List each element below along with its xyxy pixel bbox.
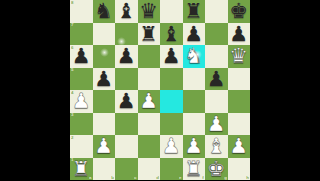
piece-black-rook-f8: ♜ xyxy=(184,0,203,23)
square-c6[interactable]: ♟ xyxy=(115,45,138,68)
square-g6[interactable] xyxy=(205,45,228,68)
piece-black-pawn-f7: ♟ xyxy=(184,23,203,46)
square-f8[interactable]: ♜ xyxy=(183,0,206,23)
square-h8[interactable]: ♚ xyxy=(228,0,251,23)
piece-black-knight-b8: ♞ xyxy=(94,0,113,23)
letterbox-left xyxy=(0,0,70,180)
square-b8[interactable]: ♞ xyxy=(93,0,116,23)
square-c2[interactable] xyxy=(115,135,138,158)
square-b7[interactable] xyxy=(93,23,116,46)
square-h2[interactable]: ♟ xyxy=(228,135,251,158)
square-g4[interactable] xyxy=(205,90,228,113)
piece-black-king-h8: ♚ xyxy=(229,0,248,23)
square-d3[interactable] xyxy=(138,113,161,136)
piece-black-rook-d7: ♜ xyxy=(139,23,158,46)
square-a2[interactable]: 2 xyxy=(70,135,93,158)
file-label-c: c xyxy=(134,175,136,179)
piece-white-knight-f6: ♞ xyxy=(184,45,203,68)
square-d6[interactable] xyxy=(138,45,161,68)
square-g8[interactable] xyxy=(205,0,228,23)
square-a7[interactable]: 7 xyxy=(70,23,93,46)
square-c7[interactable] xyxy=(115,23,138,46)
piece-white-pawn-b2: ♟ xyxy=(94,135,113,158)
square-b3[interactable] xyxy=(93,113,116,136)
square-d8[interactable]: ♛ xyxy=(138,0,161,23)
letterbox-right xyxy=(250,0,320,180)
square-e2[interactable]: ♟ xyxy=(160,135,183,158)
square-h7[interactable]: ♟ xyxy=(228,23,251,46)
file-label-b: b xyxy=(111,175,114,179)
piece-white-bishop-g2: ♝ xyxy=(207,135,226,158)
square-h3[interactable] xyxy=(228,113,251,136)
piece-black-bishop-e7: ♝ xyxy=(162,23,181,46)
piece-white-queen-h6: ♛ xyxy=(229,45,248,68)
square-g3[interactable]: ♟ xyxy=(205,113,228,136)
square-e7[interactable]: ♝ xyxy=(160,23,183,46)
square-c1[interactable]: c xyxy=(115,158,138,181)
square-e1[interactable]: e xyxy=(160,158,183,181)
square-f3[interactable] xyxy=(183,113,206,136)
piece-white-pawn-h2: ♟ xyxy=(229,135,248,158)
square-f6[interactable]: ♞ xyxy=(183,45,206,68)
piece-black-pawn-c6: ♟ xyxy=(117,45,136,68)
square-g2[interactable]: ♝ xyxy=(205,135,228,158)
square-e4[interactable] xyxy=(160,90,183,113)
piece-black-pawn-e6: ♟ xyxy=(162,45,181,68)
file-label-e: e xyxy=(179,175,181,179)
square-g7[interactable] xyxy=(205,23,228,46)
square-a8[interactable]: 8 xyxy=(70,0,93,23)
square-g5[interactable]: ♟ xyxy=(205,68,228,91)
square-a5[interactable]: 5 xyxy=(70,68,93,91)
square-b2[interactable]: ♟ xyxy=(93,135,116,158)
square-b5[interactable]: ♟ xyxy=(93,68,116,91)
square-h4[interactable] xyxy=(228,90,251,113)
square-d5[interactable] xyxy=(138,68,161,91)
square-h1[interactable]: h xyxy=(228,158,251,181)
square-h6[interactable]: ♛ xyxy=(228,45,251,68)
piece-white-pawn-g3: ♟ xyxy=(207,113,226,136)
rank-label-2: 2 xyxy=(71,136,73,140)
square-d1[interactable]: d xyxy=(138,158,161,181)
piece-black-pawn-b5: ♟ xyxy=(94,68,113,91)
square-b4[interactable] xyxy=(93,90,116,113)
square-c4[interactable]: ♟ xyxy=(115,90,138,113)
rank-label-8: 8 xyxy=(71,1,73,5)
square-c8[interactable]: ♝ xyxy=(115,0,138,23)
piece-white-rook-a1: ♜ xyxy=(72,158,91,181)
piece-black-pawn-a6: ♟ xyxy=(72,45,91,68)
square-a6[interactable]: ♟6 xyxy=(70,45,93,68)
square-a4[interactable]: ♟4 xyxy=(70,90,93,113)
square-f2[interactable]: ♟ xyxy=(183,135,206,158)
piece-black-queen-d8: ♛ xyxy=(139,0,158,23)
piece-white-pawn-e2: ♟ xyxy=(162,135,181,158)
square-b6[interactable] xyxy=(93,45,116,68)
rank-label-7: 7 xyxy=(71,23,73,27)
square-g1[interactable]: ♚g xyxy=(205,158,228,181)
piece-black-pawn-g5: ♟ xyxy=(207,68,226,91)
square-c5[interactable] xyxy=(115,68,138,91)
square-e5[interactable] xyxy=(160,68,183,91)
square-e6[interactable]: ♟ xyxy=(160,45,183,68)
square-a3[interactable]: 3 xyxy=(70,113,93,136)
piece-white-pawn-a4: ♟ xyxy=(72,90,91,113)
square-b1[interactable]: b xyxy=(93,158,116,181)
piece-white-rook-f1: ♜ xyxy=(184,158,203,181)
piece-white-king-g1: ♚ xyxy=(207,158,226,181)
piece-white-pawn-f2: ♟ xyxy=(184,135,203,158)
chess-board: 8♞♝♛♜♚7♜♝♟♟♟6♟♟♞♛5♟♟♟4♟♟3♟2♟♟♟♝♟♜1abcde♜… xyxy=(70,0,250,180)
piece-black-pawn-h7: ♟ xyxy=(229,23,248,46)
square-f7[interactable]: ♟ xyxy=(183,23,206,46)
rank-label-3: 3 xyxy=(71,113,73,117)
square-e3[interactable] xyxy=(160,113,183,136)
square-f1[interactable]: ♜f xyxy=(183,158,206,181)
video-frame: 8♞♝♛♜♚7♜♝♟♟♟6♟♟♞♛5♟♟♟4♟♟3♟2♟♟♟♝♟♜1abcde♜… xyxy=(0,0,320,180)
piece-white-pawn-d4: ♟ xyxy=(139,90,158,113)
square-f4[interactable] xyxy=(183,90,206,113)
piece-black-bishop-c8: ♝ xyxy=(117,0,136,23)
square-d2[interactable] xyxy=(138,135,161,158)
rank-label-5: 5 xyxy=(71,68,73,72)
square-c3[interactable] xyxy=(115,113,138,136)
piece-black-pawn-c4: ♟ xyxy=(117,90,136,113)
square-f5[interactable] xyxy=(183,68,206,91)
square-d4[interactable]: ♟ xyxy=(138,90,161,113)
file-label-h: h xyxy=(246,175,249,179)
square-a1[interactable]: ♜1a xyxy=(70,158,93,181)
square-e8[interactable] xyxy=(160,0,183,23)
file-label-d: d xyxy=(156,175,159,179)
square-d7[interactable]: ♜ xyxy=(138,23,161,46)
square-h5[interactable] xyxy=(228,68,251,91)
